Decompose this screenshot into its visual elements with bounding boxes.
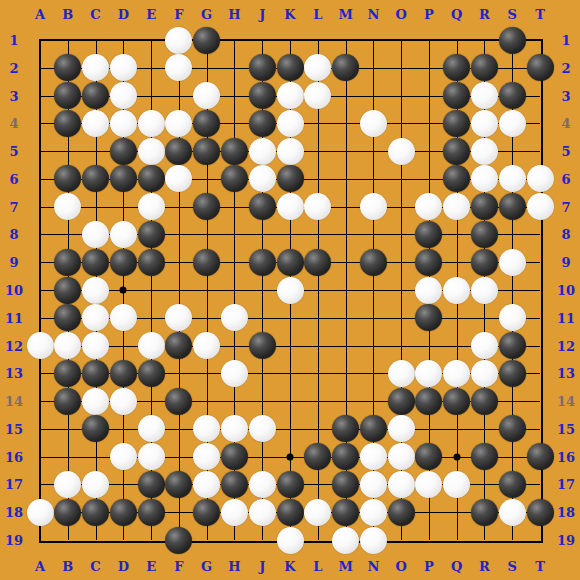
intersection-P15[interactable]: [415, 415, 442, 442]
intersection-Q6[interactable]: [443, 165, 470, 192]
intersection-P6[interactable]: [415, 165, 442, 192]
intersection-E16[interactable]: [138, 443, 165, 470]
intersection-R8[interactable]: [471, 221, 498, 248]
intersection-D11[interactable]: [110, 304, 137, 331]
intersection-Q5[interactable]: [443, 138, 470, 165]
intersection-M1[interactable]: [332, 27, 359, 54]
intersection-B6[interactable]: [54, 165, 81, 192]
intersection-L8[interactable]: [304, 221, 331, 248]
intersection-P4[interactable]: [415, 110, 442, 137]
intersection-N13[interactable]: [360, 360, 387, 387]
intersection-P12[interactable]: [415, 332, 442, 359]
intersection-O12[interactable]: [388, 332, 415, 359]
intersection-T5[interactable]: [527, 138, 554, 165]
intersection-T12[interactable]: [527, 332, 554, 359]
intersection-N18[interactable]: [360, 499, 387, 526]
intersection-A6[interactable]: [27, 165, 54, 192]
intersection-F15[interactable]: [165, 415, 192, 442]
intersection-F8[interactable]: [165, 221, 192, 248]
intersection-L5[interactable]: [304, 138, 331, 165]
intersection-P16[interactable]: [415, 443, 442, 470]
intersection-H12[interactable]: [221, 332, 248, 359]
intersection-N12[interactable]: [360, 332, 387, 359]
intersection-F7[interactable]: [165, 193, 192, 220]
intersection-Q1[interactable]: [443, 27, 470, 54]
intersection-C18[interactable]: [82, 499, 109, 526]
intersection-H14[interactable]: [221, 388, 248, 415]
intersection-O13[interactable]: [388, 360, 415, 387]
intersection-B17[interactable]: [54, 471, 81, 498]
intersection-R5[interactable]: [471, 138, 498, 165]
intersection-C10[interactable]: [82, 277, 109, 304]
intersection-J15[interactable]: [249, 415, 276, 442]
intersection-R17[interactable]: [471, 471, 498, 498]
intersection-L10[interactable]: [304, 277, 331, 304]
intersection-R19[interactable]: [471, 527, 498, 554]
intersection-N14[interactable]: [360, 388, 387, 415]
intersection-T16[interactable]: [527, 443, 554, 470]
intersection-E17[interactable]: [138, 471, 165, 498]
intersection-K7[interactable]: [277, 193, 304, 220]
intersection-B2[interactable]: [54, 54, 81, 81]
intersection-R2[interactable]: [471, 54, 498, 81]
intersection-B14[interactable]: [54, 388, 81, 415]
intersection-Q2[interactable]: [443, 54, 470, 81]
intersection-E2[interactable]: [138, 54, 165, 81]
intersection-N5[interactable]: [360, 138, 387, 165]
intersection-L17[interactable]: [304, 471, 331, 498]
intersection-H6[interactable]: [221, 165, 248, 192]
intersection-S14[interactable]: [499, 388, 526, 415]
intersection-O7[interactable]: [388, 193, 415, 220]
intersection-K4[interactable]: [277, 110, 304, 137]
intersection-H9[interactable]: [221, 249, 248, 276]
intersection-J5[interactable]: [249, 138, 276, 165]
intersection-E15[interactable]: [138, 415, 165, 442]
intersection-F19[interactable]: [165, 527, 192, 554]
intersection-D16[interactable]: [110, 443, 137, 470]
intersection-G7[interactable]: [193, 193, 220, 220]
intersection-M6[interactable]: [332, 165, 359, 192]
intersection-G12[interactable]: [193, 332, 220, 359]
intersection-O15[interactable]: [388, 415, 415, 442]
intersection-A10[interactable]: [27, 277, 54, 304]
intersection-A2[interactable]: [27, 54, 54, 81]
intersection-N7[interactable]: [360, 193, 387, 220]
intersection-S12[interactable]: [499, 332, 526, 359]
intersection-C3[interactable]: [82, 82, 109, 109]
intersection-F3[interactable]: [165, 82, 192, 109]
intersection-T19[interactable]: [527, 527, 554, 554]
intersection-E19[interactable]: [138, 527, 165, 554]
intersection-P14[interactable]: [415, 388, 442, 415]
intersection-S16[interactable]: [499, 443, 526, 470]
intersection-J13[interactable]: [249, 360, 276, 387]
intersection-C17[interactable]: [82, 471, 109, 498]
intersection-G18[interactable]: [193, 499, 220, 526]
intersection-G9[interactable]: [193, 249, 220, 276]
intersection-Q9[interactable]: [443, 249, 470, 276]
intersection-J2[interactable]: [249, 54, 276, 81]
intersection-D10[interactable]: [110, 277, 137, 304]
intersection-F11[interactable]: [165, 304, 192, 331]
intersection-H5[interactable]: [221, 138, 248, 165]
intersection-M7[interactable]: [332, 193, 359, 220]
intersection-A15[interactable]: [27, 415, 54, 442]
intersection-B10[interactable]: [54, 277, 81, 304]
intersection-E1[interactable]: [138, 27, 165, 54]
intersection-O4[interactable]: [388, 110, 415, 137]
intersection-N6[interactable]: [360, 165, 387, 192]
intersection-E14[interactable]: [138, 388, 165, 415]
intersection-L4[interactable]: [304, 110, 331, 137]
intersection-S13[interactable]: [499, 360, 526, 387]
intersection-K12[interactable]: [277, 332, 304, 359]
intersection-E3[interactable]: [138, 82, 165, 109]
intersection-K1[interactable]: [277, 27, 304, 54]
intersection-C14[interactable]: [82, 388, 109, 415]
intersection-J1[interactable]: [249, 27, 276, 54]
intersection-H11[interactable]: [221, 304, 248, 331]
intersection-E18[interactable]: [138, 499, 165, 526]
intersection-R12[interactable]: [471, 332, 498, 359]
intersection-S8[interactable]: [499, 221, 526, 248]
intersection-O9[interactable]: [388, 249, 415, 276]
intersection-L6[interactable]: [304, 165, 331, 192]
intersection-R16[interactable]: [471, 443, 498, 470]
intersection-T11[interactable]: [527, 304, 554, 331]
intersection-D9[interactable]: [110, 249, 137, 276]
intersection-K9[interactable]: [277, 249, 304, 276]
intersection-R4[interactable]: [471, 110, 498, 137]
intersection-M9[interactable]: [332, 249, 359, 276]
intersection-G15[interactable]: [193, 415, 220, 442]
intersection-T2[interactable]: [527, 54, 554, 81]
intersection-Q18[interactable]: [443, 499, 470, 526]
intersection-D4[interactable]: [110, 110, 137, 137]
intersection-O11[interactable]: [388, 304, 415, 331]
intersection-D6[interactable]: [110, 165, 137, 192]
intersection-Q19[interactable]: [443, 527, 470, 554]
intersection-A3[interactable]: [27, 82, 54, 109]
intersection-N9[interactable]: [360, 249, 387, 276]
intersection-F12[interactable]: [165, 332, 192, 359]
intersection-J14[interactable]: [249, 388, 276, 415]
intersection-A1[interactable]: [27, 27, 54, 54]
intersection-H3[interactable]: [221, 82, 248, 109]
intersection-R13[interactable]: [471, 360, 498, 387]
intersection-G10[interactable]: [193, 277, 220, 304]
intersection-F16[interactable]: [165, 443, 192, 470]
intersection-D1[interactable]: [110, 27, 137, 54]
intersection-C19[interactable]: [82, 527, 109, 554]
intersection-Q17[interactable]: [443, 471, 470, 498]
intersection-G2[interactable]: [193, 54, 220, 81]
intersection-S2[interactable]: [499, 54, 526, 81]
intersection-Q12[interactable]: [443, 332, 470, 359]
intersection-S17[interactable]: [499, 471, 526, 498]
intersection-S3[interactable]: [499, 82, 526, 109]
intersection-G3[interactable]: [193, 82, 220, 109]
intersection-H1[interactable]: [221, 27, 248, 54]
intersection-J9[interactable]: [249, 249, 276, 276]
intersection-D5[interactable]: [110, 138, 137, 165]
intersection-P5[interactable]: [415, 138, 442, 165]
intersection-A9[interactable]: [27, 249, 54, 276]
intersection-J17[interactable]: [249, 471, 276, 498]
intersection-G6[interactable]: [193, 165, 220, 192]
intersection-D3[interactable]: [110, 82, 137, 109]
intersection-M17[interactable]: [332, 471, 359, 498]
intersection-L9[interactable]: [304, 249, 331, 276]
intersection-Q4[interactable]: [443, 110, 470, 137]
intersection-S10[interactable]: [499, 277, 526, 304]
intersection-R14[interactable]: [471, 388, 498, 415]
intersection-Q16[interactable]: [443, 443, 470, 470]
intersection-S7[interactable]: [499, 193, 526, 220]
intersection-J11[interactable]: [249, 304, 276, 331]
intersection-P11[interactable]: [415, 304, 442, 331]
intersection-F9[interactable]: [165, 249, 192, 276]
intersection-E6[interactable]: [138, 165, 165, 192]
intersection-A5[interactable]: [27, 138, 54, 165]
intersection-D7[interactable]: [110, 193, 137, 220]
intersection-M19[interactable]: [332, 527, 359, 554]
intersection-L7[interactable]: [304, 193, 331, 220]
intersection-H10[interactable]: [221, 277, 248, 304]
intersection-E13[interactable]: [138, 360, 165, 387]
intersection-A12[interactable]: [27, 332, 54, 359]
intersection-N10[interactable]: [360, 277, 387, 304]
intersection-T8[interactable]: [527, 221, 554, 248]
intersection-D14[interactable]: [110, 388, 137, 415]
intersection-B16[interactable]: [54, 443, 81, 470]
intersection-E8[interactable]: [138, 221, 165, 248]
intersection-H17[interactable]: [221, 471, 248, 498]
intersection-K14[interactable]: [277, 388, 304, 415]
intersection-B7[interactable]: [54, 193, 81, 220]
intersection-S11[interactable]: [499, 304, 526, 331]
intersection-P8[interactable]: [415, 221, 442, 248]
intersection-L3[interactable]: [304, 82, 331, 109]
intersection-M4[interactable]: [332, 110, 359, 137]
intersection-F10[interactable]: [165, 277, 192, 304]
intersection-C11[interactable]: [82, 304, 109, 331]
intersection-G4[interactable]: [193, 110, 220, 137]
intersection-A11[interactable]: [27, 304, 54, 331]
intersection-H15[interactable]: [221, 415, 248, 442]
intersection-M15[interactable]: [332, 415, 359, 442]
intersection-M16[interactable]: [332, 443, 359, 470]
intersection-K19[interactable]: [277, 527, 304, 554]
intersection-B13[interactable]: [54, 360, 81, 387]
intersection-S5[interactable]: [499, 138, 526, 165]
intersection-S4[interactable]: [499, 110, 526, 137]
intersection-P2[interactable]: [415, 54, 442, 81]
intersection-J8[interactable]: [249, 221, 276, 248]
intersection-H13[interactable]: [221, 360, 248, 387]
intersection-T9[interactable]: [527, 249, 554, 276]
intersection-O14[interactable]: [388, 388, 415, 415]
intersection-L15[interactable]: [304, 415, 331, 442]
intersection-N1[interactable]: [360, 27, 387, 54]
intersection-J12[interactable]: [249, 332, 276, 359]
intersection-R1[interactable]: [471, 27, 498, 54]
intersection-M3[interactable]: [332, 82, 359, 109]
intersection-J16[interactable]: [249, 443, 276, 470]
intersection-O8[interactable]: [388, 221, 415, 248]
intersection-C5[interactable]: [82, 138, 109, 165]
intersection-B1[interactable]: [54, 27, 81, 54]
intersection-R3[interactable]: [471, 82, 498, 109]
intersection-A18[interactable]: [27, 499, 54, 526]
intersection-J3[interactable]: [249, 82, 276, 109]
intersection-R6[interactable]: [471, 165, 498, 192]
intersection-J4[interactable]: [249, 110, 276, 137]
intersection-L19[interactable]: [304, 527, 331, 554]
intersection-M5[interactable]: [332, 138, 359, 165]
intersection-L18[interactable]: [304, 499, 331, 526]
intersection-H4[interactable]: [221, 110, 248, 137]
intersection-N17[interactable]: [360, 471, 387, 498]
intersection-C16[interactable]: [82, 443, 109, 470]
intersection-K11[interactable]: [277, 304, 304, 331]
intersection-P10[interactable]: [415, 277, 442, 304]
intersection-A17[interactable]: [27, 471, 54, 498]
intersection-K13[interactable]: [277, 360, 304, 387]
intersection-B5[interactable]: [54, 138, 81, 165]
intersection-J6[interactable]: [249, 165, 276, 192]
intersection-E10[interactable]: [138, 277, 165, 304]
intersection-M14[interactable]: [332, 388, 359, 415]
intersection-K10[interactable]: [277, 277, 304, 304]
intersection-H19[interactable]: [221, 527, 248, 554]
intersection-L1[interactable]: [304, 27, 331, 54]
intersection-T10[interactable]: [527, 277, 554, 304]
intersection-K2[interactable]: [277, 54, 304, 81]
intersection-G14[interactable]: [193, 388, 220, 415]
intersection-A4[interactable]: [27, 110, 54, 137]
intersection-T13[interactable]: [527, 360, 554, 387]
intersection-E5[interactable]: [138, 138, 165, 165]
intersection-S9[interactable]: [499, 249, 526, 276]
intersection-C6[interactable]: [82, 165, 109, 192]
intersection-T15[interactable]: [527, 415, 554, 442]
intersection-Q7[interactable]: [443, 193, 470, 220]
intersection-A14[interactable]: [27, 388, 54, 415]
intersection-N3[interactable]: [360, 82, 387, 109]
intersection-F18[interactable]: [165, 499, 192, 526]
intersection-A7[interactable]: [27, 193, 54, 220]
intersection-C13[interactable]: [82, 360, 109, 387]
intersection-O1[interactable]: [388, 27, 415, 54]
intersection-Q11[interactable]: [443, 304, 470, 331]
intersection-S1[interactable]: [499, 27, 526, 54]
intersection-T18[interactable]: [527, 499, 554, 526]
intersection-B4[interactable]: [54, 110, 81, 137]
intersection-K6[interactable]: [277, 165, 304, 192]
intersection-E11[interactable]: [138, 304, 165, 331]
intersection-R11[interactable]: [471, 304, 498, 331]
intersection-B19[interactable]: [54, 527, 81, 554]
intersection-G17[interactable]: [193, 471, 220, 498]
intersection-B3[interactable]: [54, 82, 81, 109]
intersection-G8[interactable]: [193, 221, 220, 248]
intersection-L11[interactable]: [304, 304, 331, 331]
intersection-Q13[interactable]: [443, 360, 470, 387]
intersection-N19[interactable]: [360, 527, 387, 554]
intersection-S19[interactable]: [499, 527, 526, 554]
intersection-L12[interactable]: [304, 332, 331, 359]
intersection-H16[interactable]: [221, 443, 248, 470]
intersection-B15[interactable]: [54, 415, 81, 442]
intersection-A19[interactable]: [27, 527, 54, 554]
intersection-S18[interactable]: [499, 499, 526, 526]
intersection-N8[interactable]: [360, 221, 387, 248]
intersection-T14[interactable]: [527, 388, 554, 415]
intersection-E9[interactable]: [138, 249, 165, 276]
intersection-L16[interactable]: [304, 443, 331, 470]
intersection-F1[interactable]: [165, 27, 192, 54]
intersection-C7[interactable]: [82, 193, 109, 220]
intersection-M12[interactable]: [332, 332, 359, 359]
intersection-T7[interactable]: [527, 193, 554, 220]
intersection-O10[interactable]: [388, 277, 415, 304]
intersection-F2[interactable]: [165, 54, 192, 81]
intersection-E7[interactable]: [138, 193, 165, 220]
intersection-Q15[interactable]: [443, 415, 470, 442]
intersection-T1[interactable]: [527, 27, 554, 54]
intersection-C15[interactable]: [82, 415, 109, 442]
intersection-G11[interactable]: [193, 304, 220, 331]
intersection-C1[interactable]: [82, 27, 109, 54]
intersection-N16[interactable]: [360, 443, 387, 470]
intersection-A8[interactable]: [27, 221, 54, 248]
intersection-E4[interactable]: [138, 110, 165, 137]
intersection-M11[interactable]: [332, 304, 359, 331]
intersection-G5[interactable]: [193, 138, 220, 165]
intersection-M13[interactable]: [332, 360, 359, 387]
intersection-T17[interactable]: [527, 471, 554, 498]
intersection-G1[interactable]: [193, 27, 220, 54]
intersection-C2[interactable]: [82, 54, 109, 81]
intersection-H8[interactable]: [221, 221, 248, 248]
intersection-P18[interactable]: [415, 499, 442, 526]
intersection-D12[interactable]: [110, 332, 137, 359]
intersection-T4[interactable]: [527, 110, 554, 137]
intersection-S6[interactable]: [499, 165, 526, 192]
intersection-R9[interactable]: [471, 249, 498, 276]
intersection-D8[interactable]: [110, 221, 137, 248]
intersection-B18[interactable]: [54, 499, 81, 526]
intersection-F5[interactable]: [165, 138, 192, 165]
intersection-M2[interactable]: [332, 54, 359, 81]
intersection-D18[interactable]: [110, 499, 137, 526]
intersection-J7[interactable]: [249, 193, 276, 220]
intersection-M8[interactable]: [332, 221, 359, 248]
intersection-K15[interactable]: [277, 415, 304, 442]
intersection-J19[interactable]: [249, 527, 276, 554]
intersection-P3[interactable]: [415, 82, 442, 109]
intersection-O5[interactable]: [388, 138, 415, 165]
intersection-R7[interactable]: [471, 193, 498, 220]
intersection-C9[interactable]: [82, 249, 109, 276]
intersection-F14[interactable]: [165, 388, 192, 415]
intersection-F17[interactable]: [165, 471, 192, 498]
intersection-C12[interactable]: [82, 332, 109, 359]
intersection-K3[interactable]: [277, 82, 304, 109]
intersection-H18[interactable]: [221, 499, 248, 526]
